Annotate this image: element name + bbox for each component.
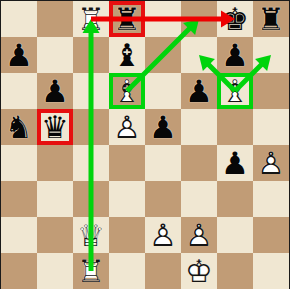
piece-glyph-solid: ♜ — [109, 1, 145, 37]
square-g2[interactable] — [217, 217, 253, 253]
square-f2[interactable]: ♟♙ — [181, 217, 217, 253]
piece-glyph-solid: ♚ — [217, 1, 253, 37]
square-b2[interactable] — [37, 217, 73, 253]
piece-black-queen[interactable]: ♛ — [37, 109, 73, 145]
piece-black-pawn[interactable]: ♟ — [145, 109, 181, 145]
piece-white-pawn[interactable]: ♟♙ — [109, 109, 145, 145]
piece-glyph-outline: ♙ — [253, 145, 289, 181]
square-b5[interactable]: ♛ — [37, 109, 73, 145]
square-h8[interactable]: ♜ — [253, 1, 289, 37]
piece-glyph-solid: ♟ — [1, 37, 37, 73]
square-e7[interactable] — [145, 37, 181, 73]
square-e1[interactable] — [145, 253, 181, 289]
square-c2[interactable]: ♛♕ — [73, 217, 109, 253]
square-f8[interactable] — [181, 1, 217, 37]
square-a3[interactable] — [1, 181, 37, 217]
piece-glyph-solid: ♟ — [145, 109, 181, 145]
square-f6[interactable]: ♟ — [181, 73, 217, 109]
piece-black-pawn[interactable]: ♟ — [217, 145, 253, 181]
piece-white-king[interactable]: ♚♔ — [181, 253, 217, 289]
square-b4[interactable] — [37, 145, 73, 181]
square-c8[interactable]: ♜♖ — [73, 1, 109, 37]
square-a1[interactable] — [1, 253, 37, 289]
square-d7[interactable]: ♝ — [109, 37, 145, 73]
square-c3[interactable] — [73, 181, 109, 217]
square-d4[interactable] — [109, 145, 145, 181]
piece-glyph-solid: ♟ — [37, 73, 73, 109]
piece-black-rook[interactable]: ♜ — [253, 1, 289, 37]
square-a6[interactable] — [1, 73, 37, 109]
square-d1[interactable] — [109, 253, 145, 289]
piece-glyph-solid: ♛ — [37, 109, 73, 145]
square-d5[interactable]: ♟♙ — [109, 109, 145, 145]
piece-black-bishop[interactable]: ♝ — [109, 37, 145, 73]
square-d6[interactable]: ♝♗ — [109, 73, 145, 109]
piece-black-king[interactable]: ♚ — [217, 1, 253, 37]
square-b7[interactable] — [37, 37, 73, 73]
square-b3[interactable] — [37, 181, 73, 217]
piece-white-bishop[interactable]: ♝♗ — [109, 73, 145, 109]
square-a8[interactable] — [1, 1, 37, 37]
square-c1[interactable]: ♜♖ — [73, 253, 109, 289]
piece-glyph-solid: ♟ — [181, 73, 217, 109]
square-g8[interactable]: ♚ — [217, 1, 253, 37]
piece-glyph-outline: ♔ — [181, 253, 217, 289]
piece-black-knight[interactable]: ♞ — [1, 109, 37, 145]
square-h7[interactable] — [253, 37, 289, 73]
square-e6[interactable] — [145, 73, 181, 109]
square-b1[interactable] — [37, 253, 73, 289]
square-g4[interactable]: ♟ — [217, 145, 253, 181]
square-e3[interactable] — [145, 181, 181, 217]
square-c5[interactable] — [73, 109, 109, 145]
piece-glyph-outline: ♙ — [181, 217, 217, 253]
piece-white-rook[interactable]: ♜♖ — [73, 1, 109, 37]
square-f7[interactable] — [181, 37, 217, 73]
square-h5[interactable] — [253, 109, 289, 145]
piece-glyph-solid: ♜ — [253, 1, 289, 37]
piece-black-pawn[interactable]: ♟ — [181, 73, 217, 109]
square-h6[interactable] — [253, 73, 289, 109]
square-g5[interactable] — [217, 109, 253, 145]
piece-black-pawn[interactable]: ♟ — [1, 37, 37, 73]
square-d8[interactable]: ♜ — [109, 1, 145, 37]
piece-glyph-solid: ♞ — [1, 109, 37, 145]
piece-white-pawn[interactable]: ♟♙ — [145, 217, 181, 253]
square-a7[interactable]: ♟ — [1, 37, 37, 73]
square-h3[interactable] — [253, 181, 289, 217]
piece-glyph-outline: ♙ — [145, 217, 181, 253]
piece-black-pawn[interactable]: ♟ — [37, 73, 73, 109]
piece-black-pawn[interactable]: ♟ — [217, 37, 253, 73]
square-b8[interactable] — [37, 1, 73, 37]
piece-glyph-outline: ♖ — [73, 253, 109, 289]
square-f5[interactable] — [181, 109, 217, 145]
piece-glyph-outline: ♗ — [109, 73, 145, 109]
square-e4[interactable] — [145, 145, 181, 181]
square-e2[interactable]: ♟♙ — [145, 217, 181, 253]
piece-black-rook[interactable]: ♜ — [109, 1, 145, 37]
square-f3[interactable] — [181, 181, 217, 217]
square-c7[interactable] — [73, 37, 109, 73]
square-g3[interactable] — [217, 181, 253, 217]
square-g1[interactable] — [217, 253, 253, 289]
piece-glyph-solid: ♝ — [109, 37, 145, 73]
square-f4[interactable] — [181, 145, 217, 181]
square-h4[interactable]: ♟♙ — [253, 145, 289, 181]
square-d2[interactable] — [109, 217, 145, 253]
square-g7[interactable]: ♟ — [217, 37, 253, 73]
square-c6[interactable] — [73, 73, 109, 109]
square-d3[interactable] — [109, 181, 145, 217]
square-e5[interactable]: ♟ — [145, 109, 181, 145]
chess-board: ♜♖♜♚♜♟♝♟♟♝♗♟♝♗♞♛♟♙♟♟♟♙♛♕♟♙♟♙♜♖♚♔ — [0, 0, 290, 289]
piece-glyph-outline: ♙ — [109, 109, 145, 145]
square-a5[interactable]: ♞ — [1, 109, 37, 145]
piece-glyph-outline: ♗ — [217, 73, 253, 109]
piece-glyph-outline: ♕ — [73, 217, 109, 253]
piece-white-bishop[interactable]: ♝♗ — [217, 73, 253, 109]
piece-glyph-solid: ♟ — [217, 37, 253, 73]
square-h1[interactable] — [253, 253, 289, 289]
piece-glyph-solid: ♟ — [217, 145, 253, 181]
piece-white-pawn[interactable]: ♟♙ — [253, 145, 289, 181]
square-e8[interactable] — [145, 1, 181, 37]
square-a2[interactable] — [1, 217, 37, 253]
square-g6[interactable]: ♝♗ — [217, 73, 253, 109]
piece-white-queen[interactable]: ♛♕ — [73, 217, 109, 253]
square-c4[interactable] — [73, 145, 109, 181]
square-b6[interactable]: ♟ — [37, 73, 73, 109]
square-a4[interactable] — [1, 145, 37, 181]
square-f1[interactable]: ♚♔ — [181, 253, 217, 289]
square-h2[interactable] — [253, 217, 289, 253]
piece-white-rook[interactable]: ♜♖ — [73, 253, 109, 289]
piece-white-pawn[interactable]: ♟♙ — [181, 217, 217, 253]
piece-glyph-outline: ♖ — [73, 1, 109, 37]
